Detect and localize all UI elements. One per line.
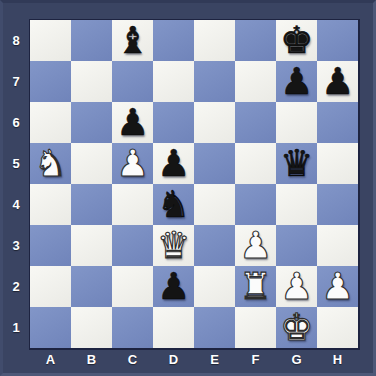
square-c5[interactable]: ♟ [112,143,153,184]
square-h7[interactable]: ♟ [317,61,358,102]
square-a6[interactable] [30,102,71,143]
square-f8[interactable] [235,20,276,61]
piece-black-bishop: ♝ [116,20,149,61]
square-a1[interactable] [30,307,71,348]
square-h1[interactable] [317,307,358,348]
rank-label-4: 4 [3,184,29,225]
piece-white-queen: ♛ [157,225,190,266]
square-c6[interactable]: ♟ [112,102,153,143]
square-h8[interactable] [317,20,358,61]
square-e6[interactable] [194,102,235,143]
file-label-b: B [71,352,112,367]
piece-black-queen: ♛ [280,143,313,184]
square-d6[interactable] [153,102,194,143]
square-g3[interactable] [276,225,317,266]
square-f4[interactable] [235,184,276,225]
square-d4[interactable]: ♞ [153,184,194,225]
square-c3[interactable] [112,225,153,266]
square-a5[interactable]: ♞ [30,143,71,184]
square-d2[interactable]: ♟ [153,266,194,307]
square-g6[interactable] [276,102,317,143]
file-label-e: E [194,352,235,367]
rank-labels: 87654321 [3,20,29,348]
square-g1[interactable]: ♚ [276,307,317,348]
square-f2[interactable]: ♜ [235,266,276,307]
file-label-g: G [276,352,317,367]
square-d5[interactable]: ♟ [153,143,194,184]
square-h6[interactable] [317,102,358,143]
piece-white-knight: ♞ [34,143,67,184]
rank-label-2: 2 [3,266,29,307]
square-h5[interactable] [317,143,358,184]
square-a8[interactable] [30,20,71,61]
square-c1[interactable] [112,307,153,348]
piece-black-king: ♚ [280,20,313,61]
square-a2[interactable] [30,266,71,307]
piece-white-king: ♚ [280,307,313,348]
square-f1[interactable] [235,307,276,348]
piece-black-pawn: ♟ [157,143,190,184]
square-b8[interactable] [71,20,112,61]
square-d1[interactable] [153,307,194,348]
square-e5[interactable] [194,143,235,184]
rank-label-8: 8 [3,20,29,61]
file-label-h: H [317,352,358,367]
square-b2[interactable] [71,266,112,307]
square-h3[interactable] [317,225,358,266]
square-e3[interactable] [194,225,235,266]
file-labels: ABCDEFGH [30,352,358,367]
square-a4[interactable] [30,184,71,225]
square-e8[interactable] [194,20,235,61]
piece-black-pawn: ♟ [280,61,313,102]
piece-black-pawn: ♟ [321,61,354,102]
square-f3[interactable]: ♟ [235,225,276,266]
piece-white-pawn: ♟ [280,266,313,307]
square-f5[interactable] [235,143,276,184]
square-c7[interactable] [112,61,153,102]
piece-white-pawn: ♟ [321,266,354,307]
rank-label-3: 3 [3,225,29,266]
board: ♝♚♟♟♟♞♟♟♛♞♛♟♟♜♟♟♚ [30,20,358,348]
square-a7[interactable] [30,61,71,102]
square-f6[interactable] [235,102,276,143]
piece-white-pawn: ♟ [239,225,272,266]
file-label-a: A [30,352,71,367]
square-h4[interactable] [317,184,358,225]
board-border: ♝♚♟♟♟♞♟♟♛♞♛♟♟♜♟♟♚ [29,19,360,350]
square-c4[interactable] [112,184,153,225]
square-e4[interactable] [194,184,235,225]
square-g7[interactable]: ♟ [276,61,317,102]
rank-label-1: 1 [3,307,29,348]
piece-black-pawn: ♟ [157,266,190,307]
square-g2[interactable]: ♟ [276,266,317,307]
square-d3[interactable]: ♛ [153,225,194,266]
square-f7[interactable] [235,61,276,102]
square-b7[interactable] [71,61,112,102]
square-d8[interactable] [153,20,194,61]
rank-label-7: 7 [3,61,29,102]
square-e1[interactable] [194,307,235,348]
square-a3[interactable] [30,225,71,266]
file-label-f: F [235,352,276,367]
square-c2[interactable] [112,266,153,307]
piece-black-knight: ♞ [157,184,190,225]
square-g5[interactable]: ♛ [276,143,317,184]
chess-board-frame: 87654321 ♝♚♟♟♟♞♟♟♛♞♛♟♟♜♟♟♚ ABCDEFGH [0,0,376,376]
piece-white-pawn: ♟ [116,143,149,184]
square-h2[interactable]: ♟ [317,266,358,307]
square-g8[interactable]: ♚ [276,20,317,61]
square-b3[interactable] [71,225,112,266]
file-label-c: C [112,352,153,367]
square-b1[interactable] [71,307,112,348]
piece-white-rook: ♜ [239,266,272,307]
square-e7[interactable] [194,61,235,102]
square-g4[interactable] [276,184,317,225]
square-e2[interactable] [194,266,235,307]
square-c8[interactable]: ♝ [112,20,153,61]
file-label-d: D [153,352,194,367]
square-b4[interactable] [71,184,112,225]
rank-label-6: 6 [3,102,29,143]
piece-black-pawn: ♟ [116,102,149,143]
square-d7[interactable] [153,61,194,102]
square-b6[interactable] [71,102,112,143]
square-b5[interactable] [71,143,112,184]
rank-label-5: 5 [3,143,29,184]
